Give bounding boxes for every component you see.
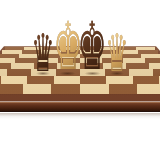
board-shadow	[0, 113, 160, 119]
square-c1[interactable]	[23, 84, 52, 95]
square-b2[interactable]	[1, 76, 27, 84]
square-h3[interactable]	[153, 69, 160, 76]
dark-king-e3[interactable]: ♚	[77, 13, 107, 79]
square-e1[interactable]	[80, 84, 109, 95]
dark-queen-c3[interactable]: ♛	[32, 26, 55, 78]
board-edge-highlight	[0, 102, 160, 103]
board-edge	[0, 102, 160, 113]
square-g3[interactable]	[129, 69, 153, 76]
square-a3[interactable]	[0, 69, 7, 76]
board-rank-1	[0, 84, 160, 95]
light-queen-f3[interactable]: ♛	[105, 26, 128, 78]
square-d1[interactable]	[51, 84, 80, 95]
square-b3[interactable]	[7, 69, 31, 76]
square-f1[interactable]	[109, 84, 138, 95]
square-g1[interactable]	[137, 84, 160, 95]
square-b1[interactable]	[0, 84, 23, 95]
square-g2[interactable]	[133, 76, 159, 84]
chessboard-photo: ♛♚♚♛	[0, 0, 160, 160]
square-h2[interactable]	[159, 76, 160, 84]
